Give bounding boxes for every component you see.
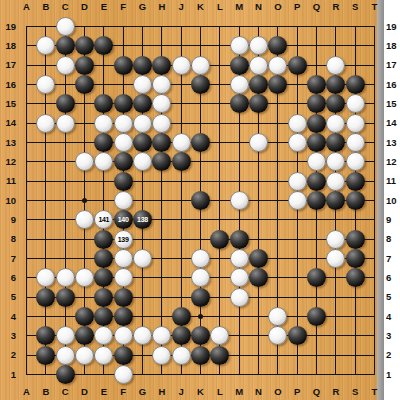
column-label-top: S xyxy=(345,2,365,12)
stone-white-F1[interactable] xyxy=(114,365,133,384)
column-label-bottom: S xyxy=(345,387,365,397)
column-label-bottom: O xyxy=(268,387,288,397)
stone-black-C18[interactable] xyxy=(56,36,75,55)
stone-white-N13[interactable] xyxy=(249,133,268,152)
stone-white-M7[interactable] xyxy=(230,249,249,268)
row-label-right: 14 xyxy=(386,118,400,128)
stone-white-R17[interactable] xyxy=(326,56,345,75)
stone-white-M16[interactable] xyxy=(230,75,249,94)
column-label-top: P xyxy=(287,2,307,12)
stone-white-M5[interactable] xyxy=(230,288,249,307)
stone-white-F14[interactable] xyxy=(114,114,133,133)
stone-white-R14[interactable] xyxy=(326,114,345,133)
stone-white-S15[interactable] xyxy=(346,94,365,113)
column-label-top: A xyxy=(17,2,37,12)
row-label-right: 18 xyxy=(386,41,400,51)
row-label-right: 11 xyxy=(386,176,400,186)
stone-black-F15[interactable] xyxy=(114,94,133,113)
row-label-right: 15 xyxy=(386,99,400,109)
column-label-top: C xyxy=(55,2,75,12)
stone-white-M10[interactable] xyxy=(230,191,249,210)
stone-black-J3[interactable] xyxy=(172,326,191,345)
stone-black-N16[interactable] xyxy=(249,75,268,94)
row-label-right: 5 xyxy=(386,292,400,302)
stone-black-G13[interactable] xyxy=(133,133,152,152)
column-label-bottom: C xyxy=(55,387,75,397)
stone-white-O17[interactable] xyxy=(268,56,287,75)
stone-black-K16[interactable] xyxy=(191,75,210,94)
stone-white-N17[interactable] xyxy=(249,56,268,75)
stone-black-K10[interactable] xyxy=(191,191,210,210)
row-label-left: 13 xyxy=(0,138,16,148)
stone-white-C6[interactable] xyxy=(56,268,75,287)
stone-black-N7[interactable] xyxy=(249,249,268,268)
column-label-top: E xyxy=(94,2,114,12)
row-label-right: 6 xyxy=(386,273,400,283)
column-label-bottom: F xyxy=(113,387,133,397)
row-label-left: 19 xyxy=(0,22,16,32)
column-label-bottom: D xyxy=(75,387,95,397)
stone-white-J13[interactable] xyxy=(172,133,191,152)
stone-white-G16[interactable] xyxy=(133,75,152,94)
move-number-140: 140 xyxy=(114,210,133,229)
row-label-right: 16 xyxy=(386,80,400,90)
row-label-left: 11 xyxy=(0,176,16,186)
grid-line-vertical xyxy=(219,26,220,375)
stone-black-Q10[interactable] xyxy=(307,191,326,210)
star-point xyxy=(198,314,203,319)
stone-white-R8[interactable] xyxy=(326,230,345,249)
stone-black-S7[interactable] xyxy=(346,249,365,268)
stone-white-F6[interactable] xyxy=(114,268,133,287)
column-label-bottom: K xyxy=(191,387,211,397)
stone-white-C14[interactable] xyxy=(56,114,75,133)
stone-black-E5[interactable] xyxy=(94,288,113,307)
row-label-right: 3 xyxy=(386,331,400,341)
stone-white-D2[interactable] xyxy=(75,346,94,365)
row-label-right: 7 xyxy=(386,254,400,264)
column-label-top: K xyxy=(191,2,211,12)
row-label-right: 10 xyxy=(386,196,400,206)
stone-white-G7[interactable] xyxy=(133,249,152,268)
column-label-bottom: L xyxy=(210,387,230,397)
row-label-left: 1 xyxy=(0,370,16,380)
stone-white-K17[interactable] xyxy=(191,56,210,75)
stone-black-B2[interactable] xyxy=(36,346,55,365)
stone-white-P13[interactable] xyxy=(288,133,307,152)
row-label-left: 10 xyxy=(0,196,16,206)
stone-black-K13[interactable] xyxy=(191,133,210,152)
stone-black-S6[interactable] xyxy=(346,268,365,287)
stone-white-J17[interactable] xyxy=(172,56,191,75)
column-label-top: H xyxy=(152,2,172,12)
stone-white-J2[interactable] xyxy=(172,346,191,365)
row-label-left: 5 xyxy=(0,292,16,302)
stone-white-K7[interactable] xyxy=(191,249,210,268)
stone-black-B5[interactable] xyxy=(36,288,55,307)
go-board[interactable]: AA1919BB1818CC1717DD1616EE1515FF1414GG13… xyxy=(0,0,400,400)
stone-black-D17[interactable] xyxy=(75,56,94,75)
column-label-bottom: P xyxy=(287,387,307,397)
column-label-bottom: Q xyxy=(307,387,327,397)
stone-black-F4[interactable] xyxy=(114,307,133,326)
stone-black-Q11[interactable] xyxy=(307,172,326,191)
stone-white-P11[interactable] xyxy=(288,172,307,191)
stone-black-M8[interactable] xyxy=(230,230,249,249)
column-label-bottom: R xyxy=(326,387,346,397)
row-label-left: 9 xyxy=(0,215,16,225)
stone-white-S12[interactable] xyxy=(346,152,365,171)
stone-black-M17[interactable] xyxy=(230,56,249,75)
stone-black-Q13[interactable] xyxy=(307,133,326,152)
move-number-139: 139 xyxy=(114,230,133,249)
column-label-bottom: A xyxy=(17,387,37,397)
column-label-bottom: E xyxy=(94,387,114,397)
row-label-right: 13 xyxy=(386,138,400,148)
row-label-left: 2 xyxy=(0,350,16,360)
stone-black-C5[interactable] xyxy=(56,288,75,307)
move-number-138: 138 xyxy=(133,210,152,229)
stone-black-Q14[interactable] xyxy=(307,114,326,133)
row-label-left: 8 xyxy=(0,234,16,244)
stone-black-P3[interactable] xyxy=(288,326,307,345)
stone-black-L2[interactable] xyxy=(210,346,229,365)
stone-white-P10[interactable] xyxy=(288,191,307,210)
stone-white-M6[interactable] xyxy=(230,268,249,287)
column-label-top: N xyxy=(249,2,269,12)
stone-white-S14[interactable] xyxy=(346,114,365,133)
stone-white-M18[interactable] xyxy=(230,36,249,55)
row-label-right: 1 xyxy=(386,370,400,380)
stone-black-Q4[interactable] xyxy=(307,307,326,326)
stone-white-R11[interactable] xyxy=(326,172,345,191)
column-label-top: O xyxy=(268,2,288,12)
stone-black-D4[interactable] xyxy=(75,307,94,326)
stone-black-C1[interactable] xyxy=(56,365,75,384)
column-label-bottom: N xyxy=(249,387,269,397)
stone-black-J12[interactable] xyxy=(172,152,191,171)
grid-line-horizontal xyxy=(26,239,375,240)
stone-black-K5[interactable] xyxy=(191,288,210,307)
row-label-right: 2 xyxy=(386,350,400,360)
row-label-left: 12 xyxy=(0,157,16,167)
column-label-top: J xyxy=(171,2,191,12)
star-point xyxy=(82,198,87,203)
stone-white-E14[interactable] xyxy=(94,114,113,133)
stone-white-G14[interactable] xyxy=(133,114,152,133)
row-label-right: 8 xyxy=(386,234,400,244)
stone-black-Q16[interactable] xyxy=(307,75,326,94)
column-label-bottom: J xyxy=(171,387,191,397)
stone-white-C2[interactable] xyxy=(56,346,75,365)
column-label-top: L xyxy=(210,2,230,12)
stone-black-P17[interactable] xyxy=(288,56,307,75)
column-label-bottom: B xyxy=(36,387,56,397)
stone-black-D16[interactable] xyxy=(75,75,94,94)
column-label-top: Q xyxy=(307,2,327,12)
column-label-bottom: M xyxy=(229,387,249,397)
column-label-top: D xyxy=(75,2,95,12)
row-label-left: 18 xyxy=(0,41,16,51)
row-label-right: 19 xyxy=(386,22,400,32)
stone-white-C17[interactable] xyxy=(56,56,75,75)
column-label-bottom: T xyxy=(365,387,385,397)
stone-black-C15[interactable] xyxy=(56,94,75,113)
column-label-top: M xyxy=(229,2,249,12)
stone-white-H2[interactable] xyxy=(152,346,171,365)
stone-white-F13[interactable] xyxy=(114,133,133,152)
board-shadow xyxy=(377,0,384,400)
stone-white-P14[interactable] xyxy=(288,114,307,133)
row-label-left: 4 xyxy=(0,312,16,322)
column-label-top: G xyxy=(133,2,153,12)
stone-black-S8[interactable] xyxy=(346,230,365,249)
move-number-141: 141 xyxy=(94,210,113,229)
row-label-left: 17 xyxy=(0,60,16,70)
stone-black-F12[interactable] xyxy=(114,152,133,171)
stone-black-G17[interactable] xyxy=(133,56,152,75)
row-label-right: 17 xyxy=(386,60,400,70)
stone-white-F3[interactable] xyxy=(114,326,133,345)
stone-black-J4[interactable] xyxy=(172,307,191,326)
stone-black-M15[interactable] xyxy=(230,94,249,113)
stone-white-C19[interactable] xyxy=(56,17,75,36)
stone-black-S16[interactable] xyxy=(346,75,365,94)
stone-black-H17[interactable] xyxy=(152,56,171,75)
column-label-top: B xyxy=(36,2,56,12)
stone-white-F10[interactable] xyxy=(114,191,133,210)
stone-black-K2[interactable] xyxy=(191,346,210,365)
stone-black-E8[interactable] xyxy=(94,230,113,249)
column-label-top: F xyxy=(113,2,133,12)
stone-black-S11[interactable] xyxy=(346,172,365,191)
stone-black-F11[interactable] xyxy=(114,172,133,191)
row-label-left: 3 xyxy=(0,331,16,341)
row-label-left: 15 xyxy=(0,99,16,109)
column-label-top: T xyxy=(365,2,385,12)
row-label-right: 4 xyxy=(386,312,400,322)
stone-black-S10[interactable] xyxy=(346,191,365,210)
row-label-left: 16 xyxy=(0,80,16,90)
row-label-left: 7 xyxy=(0,254,16,264)
stone-black-F17[interactable] xyxy=(114,56,133,75)
stone-white-E2[interactable] xyxy=(94,346,113,365)
column-label-top: R xyxy=(326,2,346,12)
grid-line-horizontal xyxy=(26,374,375,375)
row-label-right: 9 xyxy=(386,215,400,225)
row-label-left: 6 xyxy=(0,273,16,283)
stone-white-C3[interactable] xyxy=(56,326,75,345)
column-label-bottom: G xyxy=(133,387,153,397)
stone-white-S13[interactable] xyxy=(346,133,365,152)
row-label-right: 12 xyxy=(386,157,400,167)
stone-black-L8[interactable] xyxy=(210,230,229,249)
stone-black-F5[interactable] xyxy=(114,288,133,307)
column-label-bottom: H xyxy=(152,387,172,397)
row-label-left: 14 xyxy=(0,118,16,128)
stone-black-F2[interactable] xyxy=(114,346,133,365)
stone-white-B14[interactable] xyxy=(36,114,55,133)
stone-white-F7[interactable] xyxy=(114,249,133,268)
stone-white-H14[interactable] xyxy=(152,114,171,133)
grid-line-vertical xyxy=(374,26,375,375)
